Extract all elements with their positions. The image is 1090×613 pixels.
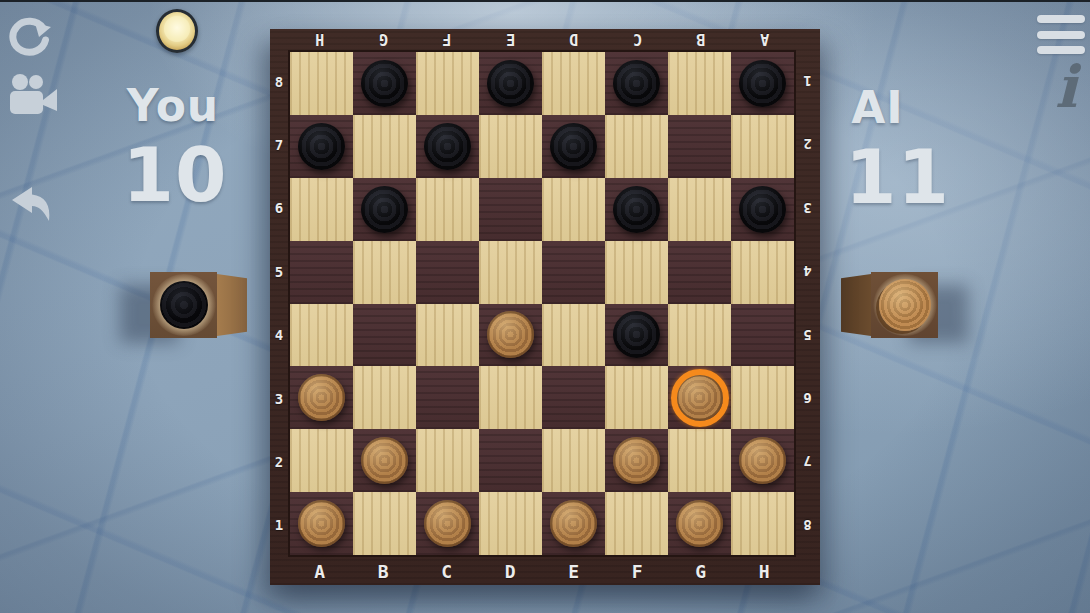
square-e6[interactable] xyxy=(542,178,605,241)
player-ai-score: 11 xyxy=(845,140,940,214)
square-a2[interactable] xyxy=(290,429,353,492)
square-f3[interactable] xyxy=(605,366,668,429)
square-d8[interactable] xyxy=(479,52,542,115)
turn-indicator-lamp xyxy=(156,9,198,53)
black-piece-h8[interactable] xyxy=(739,60,786,107)
board-grid xyxy=(288,50,796,557)
black-piece-b8[interactable] xyxy=(361,60,408,107)
coord-label-left: 8 xyxy=(270,50,288,113)
square-h1[interactable] xyxy=(731,492,794,555)
square-e1[interactable] xyxy=(542,492,605,555)
coords-right: 12345678 xyxy=(795,50,820,557)
coord-label-left: 1 xyxy=(270,494,288,557)
square-c7[interactable] xyxy=(416,115,479,178)
black-piece-a7[interactable] xyxy=(298,123,345,170)
coord-label-right: 2 xyxy=(795,113,820,176)
black-piece-f6[interactable] xyxy=(613,186,660,233)
square-b3[interactable] xyxy=(353,366,416,429)
square-b2[interactable] xyxy=(353,429,416,492)
black-piece-b6[interactable] xyxy=(361,186,408,233)
menu-icon[interactable] xyxy=(1037,15,1085,54)
captured-box-left xyxy=(150,272,217,338)
square-f2[interactable] xyxy=(605,429,668,492)
square-b8[interactable] xyxy=(353,52,416,115)
square-a7[interactable] xyxy=(290,115,353,178)
coord-label-left: 6 xyxy=(270,177,288,240)
player-ai-label: AI xyxy=(840,86,915,130)
square-g7[interactable] xyxy=(668,115,731,178)
coord-label-bottom: G xyxy=(669,557,733,585)
square-h4[interactable] xyxy=(731,304,794,367)
coord-label-bottom: H xyxy=(733,557,797,585)
coord-label-bottom: B xyxy=(352,557,416,585)
square-e3[interactable] xyxy=(542,366,605,429)
square-h7[interactable] xyxy=(731,115,794,178)
restart-icon[interactable] xyxy=(7,15,51,57)
square-g6[interactable] xyxy=(668,178,731,241)
coord-label-left: 5 xyxy=(270,240,288,303)
square-d1[interactable] xyxy=(479,492,542,555)
coords-left: 87654321 xyxy=(270,50,288,557)
record-video-icon[interactable] xyxy=(8,74,58,116)
square-d2[interactable] xyxy=(479,429,542,492)
white-piece-g1[interactable] xyxy=(676,500,723,547)
top-edge-strip xyxy=(0,0,1090,2)
coord-label-left: 3 xyxy=(270,367,288,430)
coord-label-top: D xyxy=(542,29,606,50)
white-piece-f2[interactable] xyxy=(613,437,660,484)
coord-label-bottom: F xyxy=(606,557,670,585)
coord-label-left: 4 xyxy=(270,304,288,367)
coord-label-bottom: A xyxy=(288,557,352,585)
coord-label-right: 1 xyxy=(795,50,820,113)
game-screen: i You 10 AI 11 HGFEDCBA ABCDEFGH 8765432… xyxy=(0,0,1090,613)
square-b6[interactable] xyxy=(353,178,416,241)
square-a5[interactable] xyxy=(290,241,353,304)
square-a8[interactable] xyxy=(290,52,353,115)
square-d4[interactable] xyxy=(479,304,542,367)
square-f6[interactable] xyxy=(605,178,668,241)
coord-label-right: 7 xyxy=(795,430,820,493)
square-f8[interactable] xyxy=(605,52,668,115)
coord-label-right: 6 xyxy=(795,367,820,430)
white-piece-e1[interactable] xyxy=(550,500,597,547)
white-piece-c1[interactable] xyxy=(424,500,471,547)
square-d7[interactable] xyxy=(479,115,542,178)
square-f5[interactable] xyxy=(605,241,668,304)
menu-bar xyxy=(1037,15,1085,23)
square-e5[interactable] xyxy=(542,241,605,304)
square-c5[interactable] xyxy=(416,241,479,304)
square-c1[interactable] xyxy=(416,492,479,555)
coord-label-top: C xyxy=(606,29,670,50)
player-you-score: 10 xyxy=(122,138,228,212)
coord-label-bottom: C xyxy=(415,557,479,585)
white-piece-h2[interactable] xyxy=(739,437,786,484)
captured-box-left-side xyxy=(217,274,247,336)
menu-bar xyxy=(1037,31,1085,39)
coord-label-top: B xyxy=(669,29,733,50)
square-c6[interactable] xyxy=(416,178,479,241)
white-piece-b2[interactable] xyxy=(361,437,408,484)
coord-label-bottom: D xyxy=(479,557,543,585)
square-a3[interactable] xyxy=(290,366,353,429)
black-piece-f8[interactable] xyxy=(613,60,660,107)
square-d6[interactable] xyxy=(479,178,542,241)
square-g8[interactable] xyxy=(668,52,731,115)
square-c3[interactable] xyxy=(416,366,479,429)
black-piece-e7[interactable] xyxy=(550,123,597,170)
selection-ring xyxy=(671,369,729,427)
square-f4[interactable] xyxy=(605,304,668,367)
captured-box-right-side xyxy=(841,274,871,336)
square-f7[interactable] xyxy=(605,115,668,178)
square-b1[interactable] xyxy=(353,492,416,555)
coord-label-top: F xyxy=(415,29,479,50)
square-h8[interactable] xyxy=(731,52,794,115)
coord-label-left: 7 xyxy=(270,113,288,176)
captured-black-piece xyxy=(160,281,208,329)
square-g3[interactable] xyxy=(668,366,731,429)
square-a1[interactable] xyxy=(290,492,353,555)
square-a6[interactable] xyxy=(290,178,353,241)
coord-label-top: H xyxy=(288,29,352,50)
coord-label-right: 4 xyxy=(795,240,820,303)
square-c8[interactable] xyxy=(416,52,479,115)
square-b4[interactable] xyxy=(353,304,416,367)
square-g2[interactable] xyxy=(668,429,731,492)
square-a4[interactable] xyxy=(290,304,353,367)
coord-label-bottom: E xyxy=(542,557,606,585)
coord-label-left: 2 xyxy=(270,430,288,493)
square-h2[interactable] xyxy=(731,429,794,492)
black-piece-f4[interactable] xyxy=(613,311,660,358)
square-h5[interactable] xyxy=(731,241,794,304)
black-piece-d8[interactable] xyxy=(487,60,534,107)
black-piece-c7[interactable] xyxy=(424,123,471,170)
square-c4[interactable] xyxy=(416,304,479,367)
info-icon[interactable]: i xyxy=(1046,58,1086,116)
coord-label-top: G xyxy=(352,29,416,50)
square-e8[interactable] xyxy=(542,52,605,115)
black-piece-h6[interactable] xyxy=(739,186,786,233)
coord-label-right: 8 xyxy=(795,494,820,557)
white-piece-d4[interactable] xyxy=(487,311,534,358)
square-d3[interactable] xyxy=(479,366,542,429)
coord-label-right: 5 xyxy=(795,304,820,367)
square-g1[interactable] xyxy=(668,492,731,555)
square-b7[interactable] xyxy=(353,115,416,178)
square-g4[interactable] xyxy=(668,304,731,367)
square-e2[interactable] xyxy=(542,429,605,492)
square-h6[interactable] xyxy=(731,178,794,241)
captured-white-piece xyxy=(879,279,931,331)
undo-icon[interactable] xyxy=(9,185,53,223)
coord-label-right: 3 xyxy=(795,177,820,240)
square-g5[interactable] xyxy=(668,241,731,304)
square-c2[interactable] xyxy=(416,429,479,492)
coords-bottom: ABCDEFGH xyxy=(288,557,796,585)
square-d5[interactable] xyxy=(479,241,542,304)
coord-label-top: A xyxy=(733,29,797,50)
square-e4[interactable] xyxy=(542,304,605,367)
white-piece-a3[interactable] xyxy=(298,374,345,421)
captured-box-right xyxy=(871,272,938,338)
square-e7[interactable] xyxy=(542,115,605,178)
square-f1[interactable] xyxy=(605,492,668,555)
square-h3[interactable] xyxy=(731,366,794,429)
white-piece-a1[interactable] xyxy=(298,500,345,547)
square-b5[interactable] xyxy=(353,241,416,304)
player-you-label: You xyxy=(120,84,226,128)
coord-label-top: E xyxy=(479,29,543,50)
board-frame: HGFEDCBA ABCDEFGH 87654321 12345678 xyxy=(270,29,820,585)
coords-top: HGFEDCBA xyxy=(288,29,796,50)
